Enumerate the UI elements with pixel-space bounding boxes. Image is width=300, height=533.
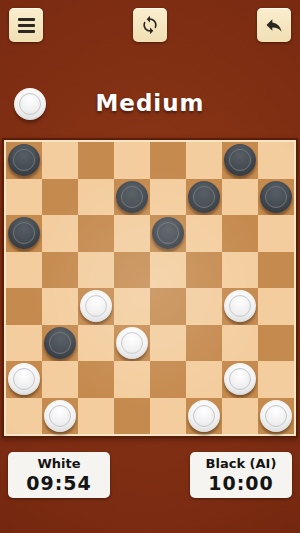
undo-icon [264,15,284,35]
square-r3c2 [78,252,114,289]
square-r5c6 [222,325,258,362]
square-r0c1 [42,142,78,179]
square-r6c6[interactable] [222,361,258,398]
menu-icon [18,18,35,33]
square-r1c2 [78,179,114,216]
square-r5c5[interactable] [186,325,222,362]
square-r0c6[interactable] [222,142,258,179]
square-r3c4 [150,252,186,289]
white-piece[interactable] [44,400,76,432]
square-r6c3 [114,361,150,398]
undo-button[interactable] [257,8,291,42]
black-piece[interactable] [260,181,292,213]
refresh-icon [140,15,160,35]
square-r3c5[interactable] [186,252,222,289]
square-r0c0[interactable] [6,142,42,179]
square-r4c1 [42,288,78,325]
black-piece[interactable] [44,327,76,359]
square-r6c2[interactable] [78,361,114,398]
square-r4c4[interactable] [150,288,186,325]
square-r6c7 [258,361,294,398]
square-r1c5[interactable] [186,179,222,216]
square-r1c6 [222,179,258,216]
square-r0c4[interactable] [150,142,186,179]
black-timer-value: 10:00 [208,472,273,494]
square-r2c0[interactable] [6,215,42,252]
square-r1c1[interactable] [42,179,78,216]
square-r2c3 [114,215,150,252]
white-piece[interactable] [188,400,220,432]
square-r7c3[interactable] [114,398,150,435]
square-r2c4[interactable] [150,215,186,252]
white-piece[interactable] [116,327,148,359]
square-r7c4 [150,398,186,435]
square-r6c5 [186,361,222,398]
black-piece[interactable] [188,181,220,213]
square-r7c6 [222,398,258,435]
black-piece[interactable] [8,217,40,249]
square-r2c1 [42,215,78,252]
black-piece[interactable] [8,144,40,176]
square-r7c1[interactable] [42,398,78,435]
black-player-label: Black (AI) [206,456,277,472]
board-grid [6,142,294,434]
square-r4c6[interactable] [222,288,258,325]
square-r4c3 [114,288,150,325]
square-r2c7 [258,215,294,252]
square-r0c2[interactable] [78,142,114,179]
restart-button[interactable] [133,8,167,42]
checkers-board [2,138,298,438]
square-r1c3[interactable] [114,179,150,216]
black-piece[interactable] [224,144,256,176]
square-r6c4[interactable] [150,361,186,398]
square-r3c3[interactable] [114,252,150,289]
square-r5c0 [6,325,42,362]
square-r2c5 [186,215,222,252]
square-r5c2 [78,325,114,362]
square-r0c3 [114,142,150,179]
square-r4c5 [186,288,222,325]
square-r5c3[interactable] [114,325,150,362]
app-screen: Medium White 09:54 Black (AI) 10:00 [0,0,300,533]
square-r4c2[interactable] [78,288,114,325]
square-r0c5 [186,142,222,179]
square-r0c7 [258,142,294,179]
square-r4c0[interactable] [6,288,42,325]
square-r3c7[interactable] [258,252,294,289]
white-piece[interactable] [260,400,292,432]
square-r1c4 [150,179,186,216]
square-r5c7[interactable] [258,325,294,362]
square-r7c0 [6,398,42,435]
square-r2c2[interactable] [78,215,114,252]
white-piece[interactable] [8,363,40,395]
square-r2c6[interactable] [222,215,258,252]
square-r5c1[interactable] [42,325,78,362]
square-r7c2 [78,398,114,435]
white-timer-value: 09:54 [26,472,91,494]
white-player-label: White [37,456,80,472]
white-piece[interactable] [224,363,256,395]
white-timer-panel: White 09:54 [8,452,110,498]
black-piece[interactable] [152,217,184,249]
square-r6c1 [42,361,78,398]
black-timer-panel: Black (AI) 10:00 [190,452,292,498]
square-r7c7[interactable] [258,398,294,435]
square-r5c4 [150,325,186,362]
square-r3c1[interactable] [42,252,78,289]
square-r4c7 [258,288,294,325]
black-piece[interactable] [116,181,148,213]
square-r3c6 [222,252,258,289]
square-r7c5[interactable] [186,398,222,435]
square-r6c0[interactable] [6,361,42,398]
menu-button[interactable] [9,8,43,42]
square-r3c0 [6,252,42,289]
white-piece[interactable] [80,290,112,322]
difficulty-title: Medium [0,90,300,116]
white-piece[interactable] [224,290,256,322]
square-r1c0 [6,179,42,216]
square-r1c7[interactable] [258,179,294,216]
